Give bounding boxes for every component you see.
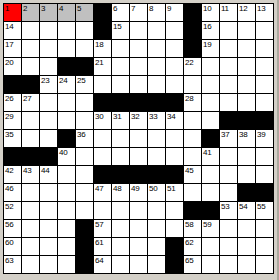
- block-r4c4: [58, 58, 75, 75]
- clue-number: 19: [203, 41, 211, 49]
- cell-r11c5[interactable]: [76, 184, 93, 201]
- cell-r7c4[interactable]: [58, 112, 75, 129]
- cell-r11c11[interactable]: [184, 184, 201, 201]
- cell-r5c13[interactable]: [220, 76, 237, 93]
- cell-r5c3[interactable]: 23: [40, 76, 57, 93]
- clue-number: 37: [221, 131, 229, 139]
- cell-r8c7[interactable]: [112, 130, 129, 147]
- cell-r9c9[interactable]: [148, 148, 165, 165]
- block-r9c1: [4, 148, 21, 165]
- cell-r1c3[interactable]: 3: [40, 4, 57, 21]
- cell-r12c13[interactable]: 53: [220, 202, 237, 219]
- block-r15c10: [166, 256, 183, 273]
- cell-r6c5[interactable]: [76, 94, 93, 111]
- cell-r10c4[interactable]: [58, 166, 75, 183]
- clue-number: 20: [5, 59, 13, 67]
- cell-r8c6[interactable]: [94, 130, 111, 147]
- cell-r10c2[interactable]: 43: [22, 166, 39, 183]
- cell-r12c9[interactable]: [148, 202, 165, 219]
- cell-r1c10[interactable]: 9: [166, 4, 183, 21]
- block-r11c14: [238, 184, 255, 201]
- cell-r12c14[interactable]: 54: [238, 202, 255, 219]
- block-r7c14: [238, 112, 255, 129]
- clue-number: 24: [59, 77, 67, 85]
- block-r9c3: [40, 148, 57, 165]
- clue-number: 64: [95, 257, 103, 265]
- cell-r15c15[interactable]: [256, 256, 273, 273]
- cell-r8c8[interactable]: [130, 130, 147, 147]
- clue-number: 63: [5, 257, 13, 265]
- block-r10c7: [112, 166, 129, 183]
- cell-r12c1[interactable]: 52: [4, 202, 21, 219]
- cell-r7c11[interactable]: [184, 112, 201, 129]
- block-r6c6: [94, 94, 111, 111]
- block-r10c9: [148, 166, 165, 183]
- cell-r5c14[interactable]: [238, 76, 255, 93]
- block-r7c15: [256, 112, 273, 129]
- cell-r6c12[interactable]: [202, 94, 219, 111]
- clue-number: 15: [113, 23, 121, 31]
- cell-r10c1[interactable]: 42: [4, 166, 21, 183]
- cell-r1c4[interactable]: 4: [58, 4, 75, 21]
- cell-r11c4[interactable]: [58, 184, 75, 201]
- clue-number: 34: [167, 113, 175, 121]
- cell-r14c4[interactable]: [58, 238, 75, 255]
- clue-number: 42: [5, 167, 13, 175]
- cell-r9c11[interactable]: [184, 148, 201, 165]
- cell-r7c8[interactable]: 32: [130, 112, 147, 129]
- cell-r7c5[interactable]: [76, 112, 93, 129]
- block-r5c1: [4, 76, 21, 93]
- cell-r3c12[interactable]: 19: [202, 40, 219, 57]
- cell-r3c10[interactable]: [166, 40, 183, 57]
- clue-number: 16: [203, 23, 211, 31]
- clue-number: 50: [149, 185, 157, 193]
- cell-r1c7[interactable]: 6: [112, 4, 129, 21]
- clue-number: 9: [167, 5, 171, 13]
- cell-r10c11[interactable]: 45: [184, 166, 201, 183]
- clue-number: 27: [23, 95, 31, 103]
- cell-r4c8[interactable]: [130, 58, 147, 75]
- cell-r15c13[interactable]: [220, 256, 237, 273]
- cell-r5c5[interactable]: 25: [76, 76, 93, 93]
- cell-r14c1[interactable]: 60: [4, 238, 21, 255]
- clue-number: 10: [203, 5, 211, 13]
- cell-r15c8[interactable]: [130, 256, 147, 273]
- block-r2c6: [94, 22, 111, 39]
- cell-r2c7[interactable]: 15: [112, 22, 129, 39]
- cell-r12c4[interactable]: [58, 202, 75, 219]
- cell-r2c9[interactable]: [148, 22, 165, 39]
- block-r2c11: [184, 22, 201, 39]
- crossword-board: 1234567891011121314151617181920212223242…: [3, 3, 274, 274]
- clue-number: 48: [113, 185, 121, 193]
- cell-r1c8[interactable]: 7: [130, 4, 147, 21]
- cell-r13c6[interactable]: 57: [94, 220, 111, 237]
- cell-r3c7[interactable]: [112, 40, 129, 57]
- clue-number: 57: [95, 221, 103, 229]
- cell-r9c14[interactable]: [238, 148, 255, 165]
- cell-r4c12[interactable]: [202, 58, 219, 75]
- cell-r7c12[interactable]: [202, 112, 219, 129]
- cell-r11c9[interactable]: 50: [148, 184, 165, 201]
- block-r10c6: [94, 166, 111, 183]
- cell-r8c10[interactable]: [166, 130, 183, 147]
- clue-number: 5: [77, 5, 81, 13]
- cell-r7c3[interactable]: [40, 112, 57, 129]
- block-r8c4: [58, 130, 75, 147]
- cell-r5c10[interactable]: [166, 76, 183, 93]
- cell-r14c15[interactable]: [256, 238, 273, 255]
- cell-r8c2[interactable]: [22, 130, 39, 147]
- cell-r12c8[interactable]: [130, 202, 147, 219]
- cell-r15c4[interactable]: [58, 256, 75, 273]
- cell-r14c7[interactable]: [112, 238, 129, 255]
- clue-number: 54: [239, 203, 247, 211]
- cell-r6c15[interactable]: [256, 94, 273, 111]
- cell-r13c11[interactable]: 58: [184, 220, 201, 237]
- clue-number: 60: [5, 239, 13, 247]
- cell-r1c14[interactable]: 12: [238, 4, 255, 21]
- cell-r2c13[interactable]: [220, 22, 237, 39]
- cell-r1c2[interactable]: 2: [22, 4, 39, 21]
- clue-number: 40: [59, 149, 67, 157]
- clue-number: 51: [167, 185, 175, 193]
- cell-r9c6[interactable]: [94, 148, 111, 165]
- cell-r6c11[interactable]: 28: [184, 94, 201, 111]
- cell-r4c9[interactable]: [148, 58, 165, 75]
- cell-r12c7[interactable]: [112, 202, 129, 219]
- block-r3c11: [184, 40, 201, 57]
- cell-r11c6[interactable]: 47: [94, 184, 111, 201]
- cell-r1c1[interactable]: 1: [4, 4, 21, 21]
- clue-number: 55: [257, 203, 265, 211]
- clue-number: 53: [221, 203, 229, 211]
- clue-number: 59: [203, 221, 211, 229]
- block-r6c7: [112, 94, 129, 111]
- cell-r15c9[interactable]: [148, 256, 165, 273]
- cell-r3c5[interactable]: [76, 40, 93, 57]
- cell-r11c10[interactable]: 51: [166, 184, 183, 201]
- block-r15c5: [76, 256, 93, 273]
- block-r5c2: [22, 76, 39, 93]
- cell-r5c6[interactable]: [94, 76, 111, 93]
- cell-r3c9[interactable]: [148, 40, 165, 57]
- block-r4c5: [76, 58, 93, 75]
- clue-number: 49: [131, 185, 139, 193]
- cell-r11c2[interactable]: [22, 184, 39, 201]
- cell-r2c10[interactable]: [166, 22, 183, 39]
- clue-number: 2: [23, 5, 27, 13]
- cell-r2c8[interactable]: [130, 22, 147, 39]
- clue-number: 13: [257, 5, 265, 13]
- cell-r14c3[interactable]: [40, 238, 57, 255]
- block-r6c10: [166, 94, 183, 111]
- cell-r13c4[interactable]: [58, 220, 75, 237]
- cell-r12c3[interactable]: [40, 202, 57, 219]
- cell-r3c6[interactable]: 18: [94, 40, 111, 57]
- cell-r3c15[interactable]: [256, 40, 273, 57]
- clue-number: 23: [41, 77, 49, 85]
- cell-r1c12[interactable]: 10: [202, 4, 219, 21]
- cell-r14c2[interactable]: [22, 238, 39, 255]
- clue-number: 43: [23, 167, 31, 175]
- window-edge: [277, 0, 279, 280]
- cell-r7c2[interactable]: [22, 112, 39, 129]
- cell-r5c12[interactable]: [202, 76, 219, 93]
- cell-r7c7[interactable]: 31: [112, 112, 129, 129]
- clue-number: 41: [203, 149, 211, 157]
- cell-r15c12[interactable]: [202, 256, 219, 273]
- cell-r11c8[interactable]: 49: [130, 184, 147, 201]
- clue-number: 17: [5, 41, 13, 49]
- cell-r13c8[interactable]: [130, 220, 147, 237]
- cell-r4c3[interactable]: [40, 58, 57, 75]
- cell-r11c13[interactable]: [220, 184, 237, 201]
- cell-r12c15[interactable]: 55: [256, 202, 273, 219]
- cell-r4c7[interactable]: [112, 58, 129, 75]
- cell-r3c2[interactable]: [22, 40, 39, 57]
- clue-number: 62: [185, 239, 193, 247]
- cell-r11c1[interactable]: 46: [4, 184, 21, 201]
- cell-r13c12[interactable]: 59: [202, 220, 219, 237]
- clue-number: 18: [95, 41, 103, 49]
- clue-number: 46: [5, 185, 13, 193]
- cell-r10c3[interactable]: 44: [40, 166, 57, 183]
- cell-r10c15[interactable]: [256, 166, 273, 183]
- clue-number: 58: [185, 221, 193, 229]
- clue-number: 6: [113, 5, 117, 13]
- cell-r3c8[interactable]: [130, 40, 147, 57]
- cell-r6c4[interactable]: [58, 94, 75, 111]
- cell-r2c2[interactable]: [22, 22, 39, 39]
- cell-r15c7[interactable]: [112, 256, 129, 273]
- clue-number: 8: [149, 5, 153, 13]
- cell-r14c9[interactable]: [148, 238, 165, 255]
- cell-r13c9[interactable]: [148, 220, 165, 237]
- clue-number: 52: [5, 203, 13, 211]
- clue-number: 4: [59, 5, 63, 13]
- cell-r3c13[interactable]: [220, 40, 237, 57]
- cell-r15c1[interactable]: 63: [4, 256, 21, 273]
- cell-r14c6[interactable]: 61: [94, 238, 111, 255]
- block-r13c5: [76, 220, 93, 237]
- clue-number: 45: [185, 167, 193, 175]
- cell-r10c5[interactable]: [76, 166, 93, 183]
- cell-r15c14[interactable]: [238, 256, 255, 273]
- block-r6c8: [130, 94, 147, 111]
- cell-r15c3[interactable]: [40, 256, 57, 273]
- clue-number: 31: [113, 113, 121, 121]
- cell-r2c14[interactable]: [238, 22, 255, 39]
- cell-r2c5[interactable]: [76, 22, 93, 39]
- cell-r10c13[interactable]: [220, 166, 237, 183]
- cell-r1c5[interactable]: 5: [76, 4, 93, 21]
- cell-r12c6[interactable]: [94, 202, 111, 219]
- clue-number: 1: [5, 5, 9, 13]
- cell-r13c10[interactable]: [166, 220, 183, 237]
- cell-r7c10[interactable]: 34: [166, 112, 183, 129]
- cell-r3c3[interactable]: [40, 40, 57, 57]
- cell-r5c4[interactable]: 24: [58, 76, 75, 93]
- cell-r7c6[interactable]: 30: [94, 112, 111, 129]
- cell-r10c12[interactable]: [202, 166, 219, 183]
- cell-r8c3[interactable]: [40, 130, 57, 147]
- cell-r13c7[interactable]: [112, 220, 129, 237]
- clue-number: 14: [5, 23, 13, 31]
- block-r14c5: [76, 238, 93, 255]
- cell-r14c12[interactable]: [202, 238, 219, 255]
- clue-number: 38: [239, 131, 247, 139]
- block-r9c2: [22, 148, 39, 165]
- cell-r8c1[interactable]: 35: [4, 130, 21, 147]
- cell-r4c2[interactable]: [22, 58, 39, 75]
- cell-r13c3[interactable]: [40, 220, 57, 237]
- cell-r11c12[interactable]: [202, 184, 219, 201]
- cell-r4c13[interactable]: [220, 58, 237, 75]
- cell-r6c13[interactable]: [220, 94, 237, 111]
- cell-r1c9[interactable]: 8: [148, 4, 165, 21]
- cell-r5c8[interactable]: [130, 76, 147, 93]
- cell-r8c9[interactable]: [148, 130, 165, 147]
- cell-r9c5[interactable]: [76, 148, 93, 165]
- block-r10c8: [130, 166, 147, 183]
- cell-r6c14[interactable]: [238, 94, 255, 111]
- cell-r9c15[interactable]: [256, 148, 273, 165]
- cell-r12c10[interactable]: [166, 202, 183, 219]
- cell-r13c15[interactable]: [256, 220, 273, 237]
- cell-r14c13[interactable]: [220, 238, 237, 255]
- block-r1c6: [94, 4, 111, 21]
- cell-r13c14[interactable]: [238, 220, 255, 237]
- clue-number: 21: [95, 59, 103, 67]
- clue-number: 35: [5, 131, 13, 139]
- cell-r2c15[interactable]: [256, 22, 273, 39]
- block-r7c13: [220, 112, 237, 129]
- cell-r4c1[interactable]: 20: [4, 58, 21, 75]
- cell-r8c15[interactable]: 39: [256, 130, 273, 147]
- cell-r5c7[interactable]: [112, 76, 129, 93]
- cell-r8c5[interactable]: 36: [76, 130, 93, 147]
- block-r6c9: [148, 94, 165, 111]
- cell-r5c15[interactable]: [256, 76, 273, 93]
- cell-r3c4[interactable]: [58, 40, 75, 57]
- cell-r13c1[interactable]: 56: [4, 220, 21, 237]
- clue-number: 32: [131, 113, 139, 121]
- cell-r6c1[interactable]: 26: [4, 94, 21, 111]
- clue-number: 7: [131, 5, 135, 13]
- clue-number: 61: [95, 239, 103, 247]
- clue-number: 26: [5, 95, 13, 103]
- clue-number: 3: [41, 5, 45, 13]
- cell-r2c4[interactable]: [58, 22, 75, 39]
- cell-r8c13[interactable]: 37: [220, 130, 237, 147]
- clue-number: 36: [77, 131, 85, 139]
- cell-r11c7[interactable]: 48: [112, 184, 129, 201]
- cell-r7c9[interactable]: 33: [148, 112, 165, 129]
- clue-number: 44: [41, 167, 49, 175]
- clue-number: 65: [185, 257, 193, 265]
- cell-r13c13[interactable]: [220, 220, 237, 237]
- cell-r15c6[interactable]: 64: [94, 256, 111, 273]
- clue-number: 22: [185, 59, 193, 67]
- cell-r4c15[interactable]: [256, 58, 273, 75]
- cell-r9c7[interactable]: [112, 148, 129, 165]
- cell-r2c12[interactable]: 16: [202, 22, 219, 39]
- cell-r6c2[interactable]: 27: [22, 94, 39, 111]
- cell-r9c10[interactable]: [166, 148, 183, 165]
- cell-r14c8[interactable]: [130, 238, 147, 255]
- cell-r9c4[interactable]: 40: [58, 148, 75, 165]
- block-r12c12: [202, 202, 219, 219]
- cell-r13c2[interactable]: [22, 220, 39, 237]
- cell-r1c13[interactable]: 11: [220, 4, 237, 21]
- cell-r9c8[interactable]: [130, 148, 147, 165]
- cell-r8c11[interactable]: [184, 130, 201, 147]
- cell-r1c15[interactable]: 13: [256, 4, 273, 21]
- clue-number: 47: [95, 185, 103, 193]
- clue-number: 33: [149, 113, 157, 121]
- clue-number: 28: [185, 95, 193, 103]
- clue-number: 30: [95, 113, 103, 121]
- cell-r10c14[interactable]: [238, 166, 255, 183]
- cell-r4c10[interactable]: [166, 58, 183, 75]
- cell-r4c11[interactable]: 22: [184, 58, 201, 75]
- cell-r8c14[interactable]: 38: [238, 130, 255, 147]
- clue-number: 39: [257, 131, 265, 139]
- cell-r3c14[interactable]: [238, 40, 255, 57]
- clue-number: 25: [77, 77, 85, 85]
- block-r10c10: [166, 166, 183, 183]
- cell-r12c5[interactable]: [76, 202, 93, 219]
- block-r8c12: [202, 130, 219, 147]
- cell-r7c1[interactable]: 29: [4, 112, 21, 129]
- cell-r3c1[interactable]: 17: [4, 40, 21, 57]
- crossword-app-window: { "game": "crossword", "board": { "rows"…: [0, 0, 279, 280]
- clue-number: 11: [221, 5, 229, 13]
- block-r11c15: [256, 184, 273, 201]
- cell-r5c11[interactable]: [184, 76, 201, 93]
- cell-r2c3[interactable]: [40, 22, 57, 39]
- cell-r15c2[interactable]: [22, 256, 39, 273]
- clue-number: 56: [5, 221, 13, 229]
- cell-r5c9[interactable]: [148, 76, 165, 93]
- cell-r11c3[interactable]: [40, 184, 57, 201]
- block-r12c11: [184, 202, 201, 219]
- cell-r15c11[interactable]: 65: [184, 256, 201, 273]
- cell-r4c6[interactable]: 21: [94, 58, 111, 75]
- cell-r2c1[interactable]: 14: [4, 22, 21, 39]
- cell-r12c2[interactable]: [22, 202, 39, 219]
- cell-r14c11[interactable]: 62: [184, 238, 201, 255]
- block-r14c10: [166, 238, 183, 255]
- cell-r9c13[interactable]: [220, 148, 237, 165]
- cell-r6c3[interactable]: [40, 94, 57, 111]
- cell-r4c14[interactable]: [238, 58, 255, 75]
- block-r1c11: [184, 4, 201, 21]
- clue-number: 12: [239, 5, 247, 13]
- cell-r9c12[interactable]: 41: [202, 148, 219, 165]
- clue-number: 29: [5, 113, 13, 121]
- cell-r14c14[interactable]: [238, 238, 255, 255]
